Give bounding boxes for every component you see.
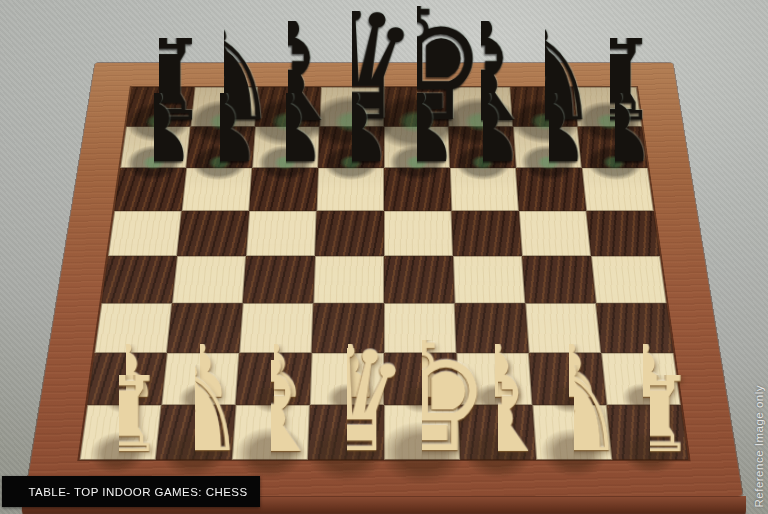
- square-g5: [519, 211, 591, 256]
- square-f5: [451, 211, 522, 256]
- square-e4: [384, 256, 455, 303]
- square-c5: [246, 211, 317, 256]
- square-b5: [177, 211, 249, 256]
- square-h5: [586, 211, 660, 256]
- square-c4: [243, 256, 315, 303]
- piece-glyph-h1: ♜: [601, 375, 698, 453]
- square-a5: [108, 211, 182, 256]
- caption-bar: TABLE- TOP INDOOR GAMES: CHESS: [2, 476, 260, 507]
- square-b4: [172, 256, 246, 303]
- square-g4: [522, 256, 596, 303]
- board-scene: ♜♞♝♛♚♝♞♜♟♟♟♟♟♟♟♟♟♟♟♟♟♟♟♟♜♞♝♛♚♝♞♜: [64, 0, 704, 514]
- square-f4: [453, 256, 525, 303]
- piece-glyph-h7: ♟: [571, 93, 658, 163]
- square-d4: [313, 256, 384, 303]
- piece-glyph-a1: ♜: [70, 375, 167, 453]
- square-h4: [591, 256, 667, 303]
- square-d5: [315, 211, 384, 256]
- square-e5: [384, 211, 453, 256]
- chess-board: ♜♞♝♛♚♝♞♜♟♟♟♟♟♟♟♟♟♟♟♟♟♟♟♟♜♞♝♛♚♝♞♜: [25, 63, 743, 496]
- piece-glyph-c1: ♝: [212, 359, 328, 452]
- piece-glyph-f1: ♝: [440, 359, 556, 452]
- photo-canvas: ♜♞♝♛♚♝♞♜♟♟♟♟♟♟♟♟♟♟♟♟♟♟♟♟♜♞♝♛♚♝♞♜ TABLE- …: [0, 0, 768, 514]
- caption-text: TABLE- TOP INDOOR GAMES: CHESS: [14, 486, 247, 498]
- watermark-text: Reference Image only: [753, 385, 765, 508]
- square-a4: [101, 256, 177, 303]
